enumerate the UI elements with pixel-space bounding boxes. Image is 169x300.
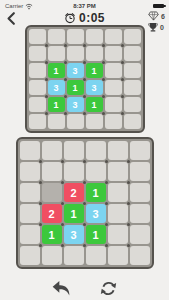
header: 0:05 6 0: [0, 11, 169, 25]
grid-dot: [45, 95, 48, 98]
tile-green-1: 1: [67, 80, 84, 95]
grid-dot: [61, 223, 64, 226]
empty-cell: [42, 246, 62, 265]
empty-cell: [64, 162, 84, 181]
empty-cell: [108, 204, 128, 223]
empty-cell: [130, 141, 150, 160]
tile-red-2[interactable]: 2: [64, 183, 84, 202]
empty-cell: [124, 97, 141, 112]
grid-dot: [127, 160, 130, 163]
empty-cell: [67, 114, 84, 129]
empty-cell: [105, 97, 122, 112]
target-board: 131313131: [25, 25, 145, 133]
grid-dot: [61, 244, 64, 247]
grid-dot: [83, 223, 86, 226]
empty-cell: [124, 63, 141, 78]
grid-dot: [83, 112, 86, 115]
empty-cell: [124, 114, 141, 129]
grid-dot: [45, 61, 48, 64]
tile-green-1[interactable]: 1: [64, 204, 84, 223]
grid-dot: [83, 244, 86, 247]
grid-dot: [45, 44, 48, 47]
empty-cell: [130, 225, 150, 244]
empty-cell: [86, 141, 106, 160]
empty-cell: [20, 183, 40, 202]
empty-cell: [42, 141, 62, 160]
empty-cell: [86, 29, 103, 44]
empty-cell: [108, 162, 128, 181]
empty-cell: [48, 114, 65, 129]
grid-dot: [105, 181, 108, 184]
grid-dot: [105, 202, 108, 205]
grid-dot: [127, 244, 130, 247]
empty-cell: [86, 246, 106, 265]
empty-cell: [20, 162, 40, 181]
grid-dot: [105, 223, 108, 226]
tile-blue-3: 3: [48, 80, 65, 95]
grid-dot: [105, 160, 108, 163]
tile-red-2[interactable]: 2: [42, 204, 62, 223]
alarm-clock-icon: [64, 12, 76, 24]
empty-cell: [64, 141, 84, 160]
tile-green-1: 1: [86, 97, 103, 112]
grid-dot: [121, 112, 124, 115]
tile-green-1[interactable]: 1: [42, 225, 62, 244]
grid-dot: [39, 244, 42, 247]
empty-cell: [105, 46, 122, 61]
empty-cell: [29, 46, 46, 61]
grid-dot: [83, 181, 86, 184]
empty-cell: [130, 246, 150, 265]
grid-dot: [83, 44, 86, 47]
grid-dot: [45, 78, 48, 81]
empty-cell: [105, 29, 122, 44]
empty-cell: [48, 46, 65, 61]
grid-dot: [39, 181, 42, 184]
tile-blue-3: 3: [67, 97, 84, 112]
grid-dot: [102, 95, 105, 98]
grid-dot: [102, 61, 105, 64]
empty-cell: [20, 204, 40, 223]
grid-dot: [121, 44, 124, 47]
grid-dot: [61, 181, 64, 184]
play-board[interactable]: 21213131: [16, 137, 154, 269]
grid-dot: [64, 95, 67, 98]
empty-cell: [124, 46, 141, 61]
grid-dot: [121, 78, 124, 81]
empty-cell: [20, 141, 40, 160]
grid-dot: [83, 95, 86, 98]
grid-dot: [127, 202, 130, 205]
grid-dot: [83, 61, 86, 64]
empty-cell: [124, 80, 141, 95]
empty-cell: [130, 204, 150, 223]
tile-green-1[interactable]: 1: [86, 225, 106, 244]
trophy-count: 0: [160, 24, 164, 31]
tile-blue-3: 3: [86, 80, 103, 95]
grid-dot: [64, 78, 67, 81]
empty-cell: [29, 114, 46, 129]
trophy-counter: 0: [148, 22, 164, 33]
grid-dot: [121, 95, 124, 98]
empty-cell: [86, 46, 103, 61]
empty-cell: [105, 114, 122, 129]
undo-arrow-icon: [51, 280, 71, 297]
gem-count: 6: [161, 13, 165, 20]
empty-cell: [108, 225, 128, 244]
timer: 0:05: [0, 11, 169, 25]
empty-cell: [29, 29, 46, 44]
tile-green-1: 1: [86, 63, 103, 78]
grid-dot: [127, 223, 130, 226]
empty-cell: [130, 162, 150, 181]
grid-dot: [105, 244, 108, 247]
empty-cell: [20, 246, 40, 265]
empty-cell: [105, 80, 122, 95]
empty-cell: [29, 80, 46, 95]
tile-blue-3[interactable]: 3: [64, 225, 84, 244]
empty-cell: [108, 246, 128, 265]
tile-gray-blank[interactable]: [42, 183, 62, 202]
empty-cell: [86, 114, 103, 129]
empty-cell: [42, 162, 62, 181]
tile-blue-3[interactable]: 3: [86, 204, 106, 223]
grid-dot: [45, 112, 48, 115]
grid-dot: [39, 202, 42, 205]
grid-dot: [39, 223, 42, 226]
tile-green-1: 1: [48, 97, 65, 112]
trophy-icon: [148, 22, 158, 33]
empty-cell: [29, 97, 46, 112]
gem-icon: [148, 11, 159, 21]
back-button[interactable]: [6, 12, 16, 28]
timer-value: 0:05: [79, 11, 105, 25]
empty-cell: [105, 63, 122, 78]
undo-button[interactable]: [50, 278, 72, 298]
empty-cell: [64, 246, 84, 265]
tile-green-1[interactable]: 1: [86, 183, 106, 202]
status-bar: Carrier 8:37 PM: [0, 0, 169, 11]
grid-dot: [83, 160, 86, 163]
empty-cell: [108, 141, 128, 160]
empty-cell: [29, 63, 46, 78]
restart-circular-arrows-icon: [100, 280, 117, 297]
empty-cell: [108, 183, 128, 202]
grid-dot: [64, 112, 67, 115]
gem-counter: 6: [148, 11, 165, 21]
empty-cell: [130, 183, 150, 202]
battery-icon: [153, 4, 164, 9]
empty-cell: [124, 29, 141, 44]
empty-cell: [86, 162, 106, 181]
empty-cell: [20, 225, 40, 244]
grid-dot: [64, 61, 67, 64]
tile-green-1: 1: [48, 63, 65, 78]
grid-dot: [83, 202, 86, 205]
grid-dot: [102, 78, 105, 81]
grid-dot: [121, 61, 124, 64]
bottom-toolbar: [0, 269, 169, 298]
tile-blue-3: 3: [67, 63, 84, 78]
grid-dot: [61, 160, 64, 163]
status-time: 8:37 PM: [0, 3, 169, 9]
grid-dot: [127, 181, 130, 184]
grid-dot: [83, 78, 86, 81]
grid-dot: [39, 160, 42, 163]
grid-dot: [61, 202, 64, 205]
restart-button[interactable]: [98, 278, 120, 298]
grid-dot: [64, 44, 67, 47]
empty-cell: [67, 29, 84, 44]
grid-dot: [102, 112, 105, 115]
empty-cell: [48, 29, 65, 44]
grid-dot: [102, 44, 105, 47]
empty-cell: [67, 46, 84, 61]
back-chevron-icon: [6, 12, 16, 25]
